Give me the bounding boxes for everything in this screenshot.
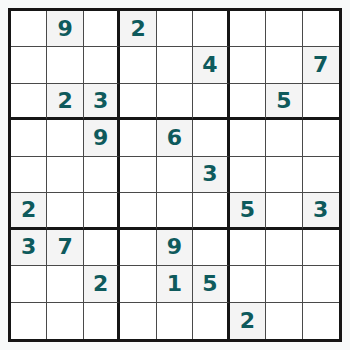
sudoku-given-cell-r2c6: 4 — [193, 47, 229, 83]
sudoku-given-cell-r1c2: 9 — [47, 11, 83, 47]
sudoku-given-cell-r7c2: 7 — [47, 230, 83, 266]
sudoku-empty-cell-r2c4[interactable] — [120, 47, 156, 83]
sudoku-empty-cell-r2c5[interactable] — [157, 47, 193, 83]
sudoku-empty-cell-r9c2[interactable] — [47, 303, 83, 339]
sudoku-given-cell-r9c7: 2 — [230, 303, 266, 339]
sudoku-empty-cell-r5c4[interactable] — [120, 157, 156, 193]
sudoku-empty-cell-r9c8[interactable] — [266, 303, 302, 339]
sudoku-empty-cell-r4c1[interactable] — [11, 120, 47, 156]
sudoku-empty-cell-r6c3[interactable] — [84, 193, 120, 229]
sudoku-empty-cell-r9c3[interactable] — [84, 303, 120, 339]
sudoku-empty-cell-r9c1[interactable] — [11, 303, 47, 339]
sudoku-empty-cell-r8c8[interactable] — [266, 266, 302, 302]
sudoku-empty-cell-r8c2[interactable] — [47, 266, 83, 302]
sudoku-empty-cell-r6c8[interactable] — [266, 193, 302, 229]
sudoku-empty-cell-r6c4[interactable] — [120, 193, 156, 229]
sudoku-empty-cell-r2c3[interactable] — [84, 47, 120, 83]
sudoku-empty-cell-r8c4[interactable] — [120, 266, 156, 302]
sudoku-given-cell-r7c5: 9 — [157, 230, 193, 266]
sudoku-empty-cell-r1c3[interactable] — [84, 11, 120, 47]
sudoku-empty-cell-r2c8[interactable] — [266, 47, 302, 83]
sudoku-empty-cell-r3c9[interactable] — [303, 84, 339, 120]
sudoku-empty-cell-r4c9[interactable] — [303, 120, 339, 156]
sudoku-empty-cell-r9c5[interactable] — [157, 303, 193, 339]
sudoku-empty-cell-r3c4[interactable] — [120, 84, 156, 120]
sudoku-empty-cell-r5c2[interactable] — [47, 157, 83, 193]
sudoku-empty-cell-r3c7[interactable] — [230, 84, 266, 120]
sudoku-empty-cell-r7c7[interactable] — [230, 230, 266, 266]
sudoku-empty-cell-r4c2[interactable] — [47, 120, 83, 156]
sudoku-given-cell-r3c2: 2 — [47, 84, 83, 120]
sudoku-empty-cell-r6c2[interactable] — [47, 193, 83, 229]
sudoku-given-cell-r8c3: 2 — [84, 266, 120, 302]
sudoku-board: 92472359632533792152 — [8, 8, 342, 342]
sudoku-empty-cell-r1c1[interactable] — [11, 11, 47, 47]
sudoku-given-cell-r6c1: 2 — [11, 193, 47, 229]
sudoku-empty-cell-r2c2[interactable] — [47, 47, 83, 83]
sudoku-empty-cell-r4c8[interactable] — [266, 120, 302, 156]
sudoku-empty-cell-r4c7[interactable] — [230, 120, 266, 156]
sudoku-given-cell-r4c5: 6 — [157, 120, 193, 156]
sudoku-empty-cell-r2c7[interactable] — [230, 47, 266, 83]
sudoku-empty-cell-r5c8[interactable] — [266, 157, 302, 193]
sudoku-empty-cell-r1c7[interactable] — [230, 11, 266, 47]
sudoku-empty-cell-r3c5[interactable] — [157, 84, 193, 120]
sudoku-empty-cell-r5c3[interactable] — [84, 157, 120, 193]
sudoku-empty-cell-r5c9[interactable] — [303, 157, 339, 193]
sudoku-empty-cell-r4c6[interactable] — [193, 120, 229, 156]
sudoku-empty-cell-r9c9[interactable] — [303, 303, 339, 339]
sudoku-empty-cell-r7c3[interactable] — [84, 230, 120, 266]
sudoku-empty-cell-r6c6[interactable] — [193, 193, 229, 229]
sudoku-empty-cell-r8c9[interactable] — [303, 266, 339, 302]
sudoku-empty-cell-r3c1[interactable] — [11, 84, 47, 120]
sudoku-empty-cell-r8c7[interactable] — [230, 266, 266, 302]
sudoku-empty-cell-r9c6[interactable] — [193, 303, 229, 339]
sudoku-given-cell-r1c4: 2 — [120, 11, 156, 47]
sudoku-empty-cell-r7c8[interactable] — [266, 230, 302, 266]
sudoku-empty-cell-r3c6[interactable] — [193, 84, 229, 120]
sudoku-given-cell-r5c6: 3 — [193, 157, 229, 193]
sudoku-empty-cell-r6c5[interactable] — [157, 193, 193, 229]
sudoku-given-cell-r8c6: 5 — [193, 266, 229, 302]
sudoku-empty-cell-r1c8[interactable] — [266, 11, 302, 47]
sudoku-empty-cell-r4c4[interactable] — [120, 120, 156, 156]
sudoku-given-cell-r3c8: 5 — [266, 84, 302, 120]
sudoku-empty-cell-r1c5[interactable] — [157, 11, 193, 47]
sudoku-empty-cell-r5c5[interactable] — [157, 157, 193, 193]
sudoku-empty-cell-r5c7[interactable] — [230, 157, 266, 193]
sudoku-empty-cell-r7c6[interactable] — [193, 230, 229, 266]
sudoku-given-cell-r6c9: 3 — [303, 193, 339, 229]
sudoku-empty-cell-r7c9[interactable] — [303, 230, 339, 266]
sudoku-given-cell-r4c3: 9 — [84, 120, 120, 156]
sudoku-empty-cell-r1c9[interactable] — [303, 11, 339, 47]
sudoku-empty-cell-r5c1[interactable] — [11, 157, 47, 193]
sudoku-given-cell-r8c5: 1 — [157, 266, 193, 302]
sudoku-empty-cell-r2c1[interactable] — [11, 47, 47, 83]
sudoku-empty-cell-r9c4[interactable] — [120, 303, 156, 339]
sudoku-given-cell-r7c1: 3 — [11, 230, 47, 266]
sudoku-given-cell-r3c3: 3 — [84, 84, 120, 120]
sudoku-given-cell-r2c9: 7 — [303, 47, 339, 83]
sudoku-empty-cell-r8c1[interactable] — [11, 266, 47, 302]
sudoku-empty-cell-r7c4[interactable] — [120, 230, 156, 266]
sudoku-empty-cell-r1c6[interactable] — [193, 11, 229, 47]
sudoku-given-cell-r6c7: 5 — [230, 193, 266, 229]
